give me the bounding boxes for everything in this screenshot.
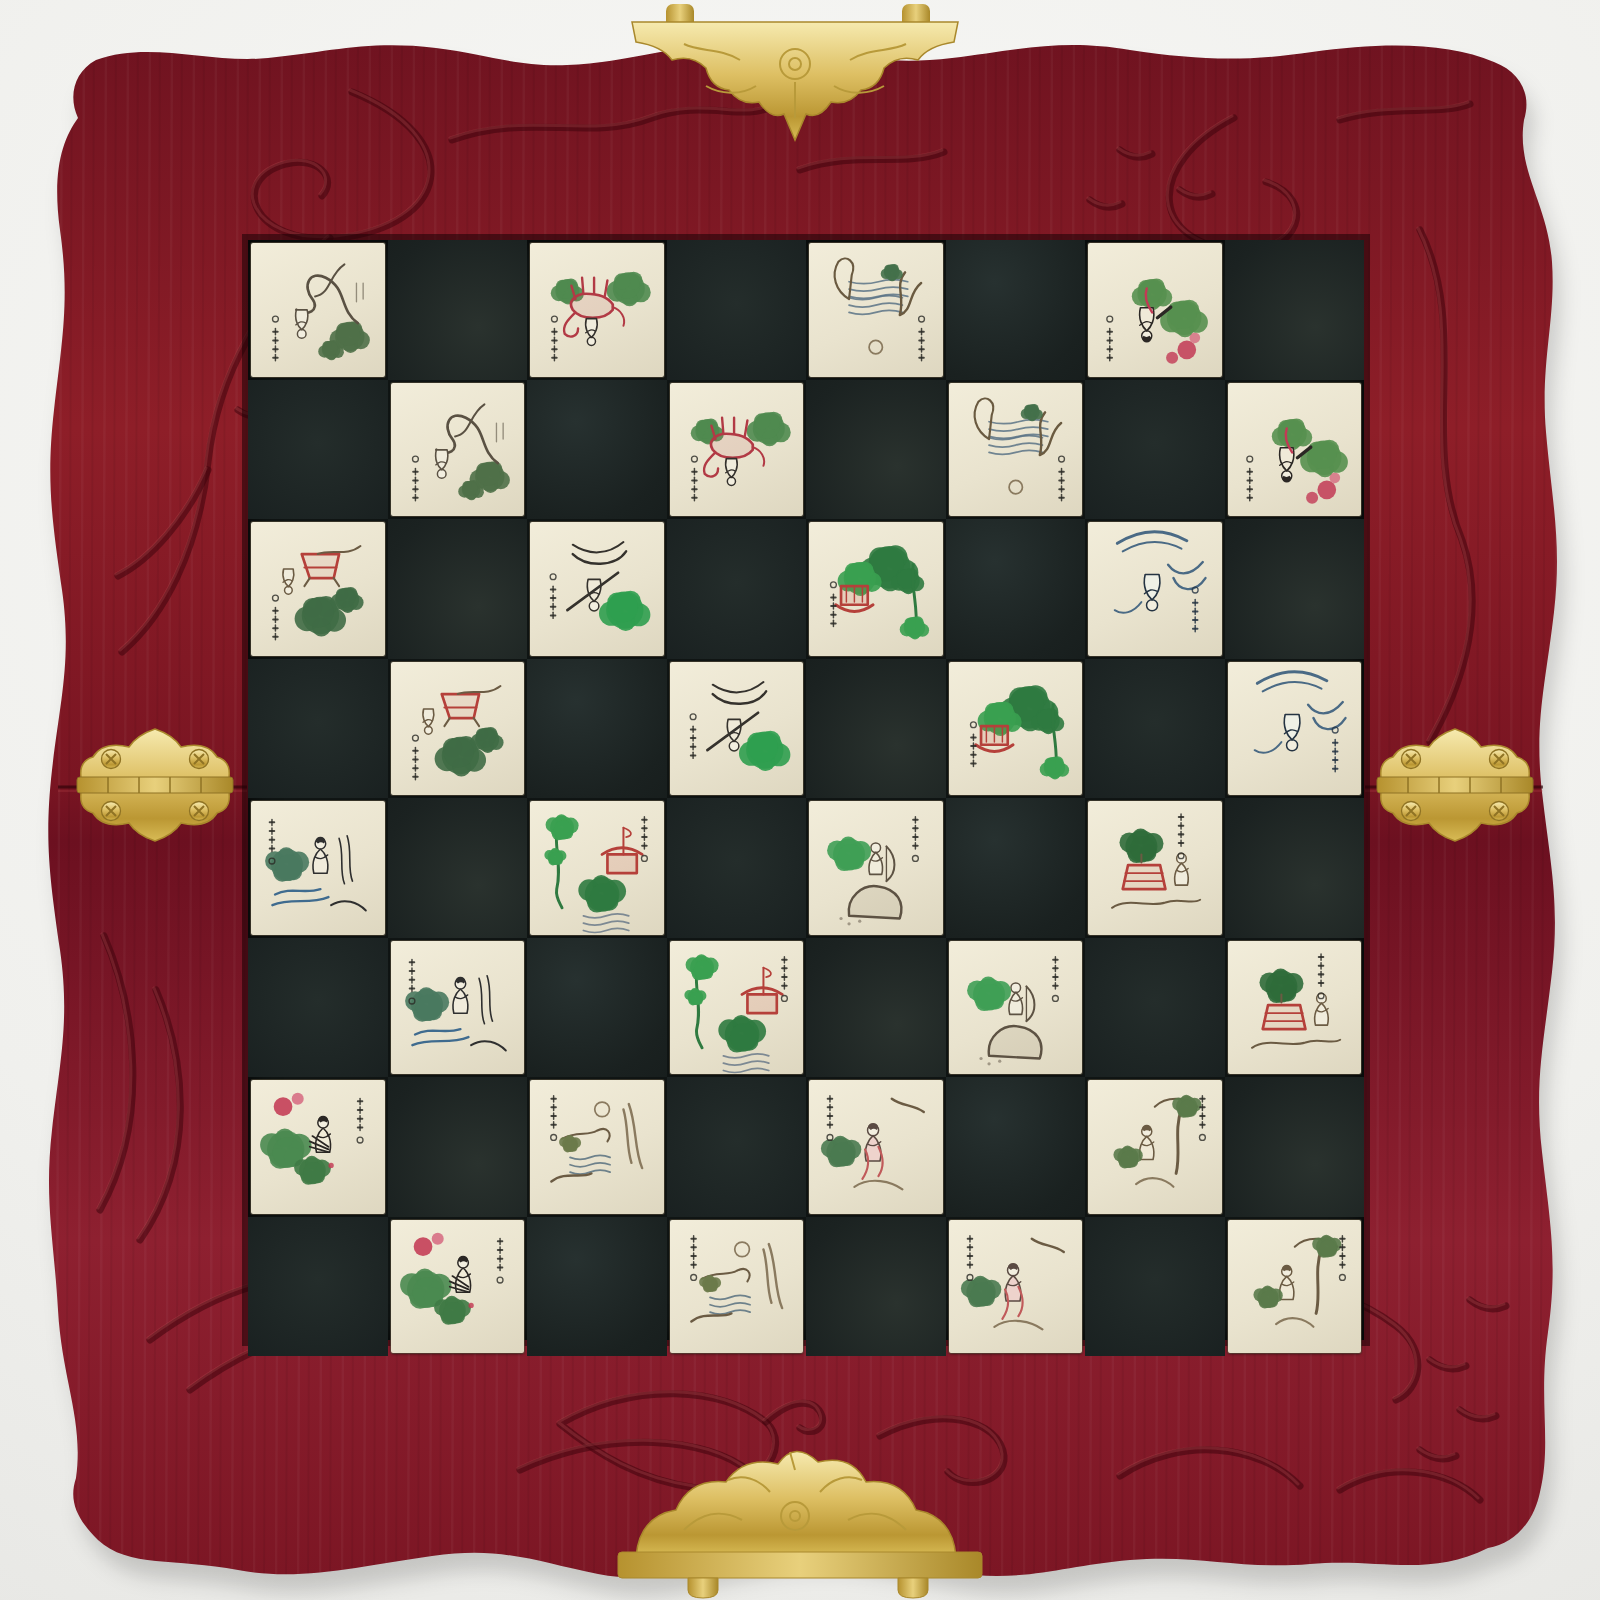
square-h6 [1225,519,1365,659]
photo-background [0,0,1600,1600]
square-e2 [806,1077,946,1217]
tile-painting [670,941,804,1075]
square-f4 [946,798,1086,938]
square-c1 [527,1217,667,1357]
tile-painting [949,941,1083,1075]
square-e7 [806,380,946,520]
chessboard [248,240,1364,1340]
clasp-foot [688,1578,718,1598]
square-e6 [806,519,946,659]
square-h5 [1225,659,1365,799]
tile-coastal-cliffs [809,243,943,377]
tile-coastal-cliffs [949,383,1083,517]
square-g2 [1085,1077,1225,1217]
square-g5 [1085,659,1225,799]
square-f7 [946,380,1086,520]
tile-temple-grove [809,522,943,656]
square-b5 [388,659,528,799]
tile-painting [949,1220,1083,1354]
square-c2 [527,1077,667,1217]
hinge-screw [102,802,121,821]
tile-horse-and-rider [670,383,804,517]
square-e8 [806,240,946,380]
tile-painting [1228,941,1362,1075]
tile-archer-on-rock [809,801,943,935]
square-a7 [248,380,388,520]
square-d7 [667,380,807,520]
tile-figures-by-red-stand [1228,941,1362,1075]
square-h3 [1225,938,1365,1078]
square-f1 [946,1217,1086,1357]
tile-painting [809,1080,943,1214]
square-h8 [1225,240,1365,380]
square-b2 [388,1077,528,1217]
square-g1 [1085,1217,1225,1357]
square-a2 [248,1077,388,1217]
tile-painting [949,662,1083,796]
tile-painting [1088,801,1222,935]
square-b4 [388,798,528,938]
hinge-screw [1402,750,1421,769]
square-a5 [248,659,388,799]
clasp-foot [898,1578,928,1598]
tile-painting [949,383,1083,517]
tile-painting [251,1080,385,1214]
square-g3 [1085,938,1225,1078]
tile-figures-by-red-stand [1088,801,1222,935]
square-h7 [1225,380,1365,520]
tile-horse-and-rider [530,243,664,377]
tile-lady-with-peonies [1228,383,1362,517]
square-e3 [806,938,946,1078]
square-b7 [388,380,528,520]
tile-painting [391,383,525,517]
tile-lakeside-pavilion [670,941,804,1075]
hinge-barrel [77,777,233,793]
square-b8 [388,240,528,380]
hinge-screw [102,750,121,769]
tile-lady-by-tree [1228,1220,1362,1354]
tile-moonlit-lake [670,1220,804,1354]
square-d4 [667,798,807,938]
square-g8 [1085,240,1225,380]
tile-painting [809,522,943,656]
tile-painting [391,1220,525,1354]
tile-temple-grove [949,662,1083,796]
tile-traveler-with-staff [670,662,804,796]
tile-traveler-blue-hills [1088,522,1222,656]
square-b6 [388,519,528,659]
square-a6 [248,519,388,659]
hinge-screw [1490,802,1509,821]
square-e5 [806,659,946,799]
square-f5 [946,659,1086,799]
square-b3 [388,938,528,1078]
hinge-barrel [1377,777,1533,793]
square-h2 [1225,1077,1365,1217]
square-d8 [667,240,807,380]
square-d1 [667,1217,807,1357]
square-h1 [1225,1217,1365,1357]
square-f2 [946,1077,1086,1217]
hinge-screw [1490,750,1509,769]
square-g6 [1085,519,1225,659]
tile-painting [809,243,943,377]
square-c6 [527,519,667,659]
square-h4 [1225,798,1365,938]
tile-painting [809,801,943,935]
square-a1 [248,1217,388,1357]
tile-lady-wading [251,801,385,935]
tile-painting [251,243,385,377]
square-e1 [806,1217,946,1357]
square-c5 [527,659,667,799]
tile-painting [670,1220,804,1354]
tile-archer-on-rock [949,941,1083,1075]
square-c8 [527,240,667,380]
tile-painting [530,522,664,656]
tile-painting [670,383,804,517]
square-c7 [527,380,667,520]
square-b1 [388,1217,528,1357]
hinge-screw [1402,802,1421,821]
square-d5 [667,659,807,799]
tile-painting [391,941,525,1075]
square-f6 [946,519,1086,659]
square-d3 [667,938,807,1078]
square-d2 [667,1077,807,1217]
tile-traveler-with-staff [530,522,664,656]
square-e4 [806,798,946,938]
square-f8 [946,240,1086,380]
tile-moonlit-lake [530,1080,664,1214]
tile-painting [530,801,664,935]
hinge-screw [190,750,209,769]
clasp-base-bar [618,1552,982,1578]
tile-lady-in-red [809,1080,943,1214]
tile-lady-wading [391,941,525,1075]
tile-sedan-lantern [391,662,525,796]
tile-painting [251,801,385,935]
square-g7 [1085,380,1225,520]
tile-painting [1228,1220,1362,1354]
tile-painting [1088,522,1222,656]
square-a4 [248,798,388,938]
square-a3 [248,938,388,1078]
square-d6 [667,519,807,659]
tile-mountain-path [251,243,385,377]
tile-lady-with-peonies [1088,243,1222,377]
tile-painting [1088,1080,1222,1214]
square-f3 [946,938,1086,1078]
tile-mountain-path [391,383,525,517]
tile-sedan-lantern [251,522,385,656]
square-c4 [527,798,667,938]
tile-painting [530,1080,664,1214]
tile-lady-with-fan [391,1220,525,1354]
square-a8 [248,240,388,380]
tile-traveler-blue-hills [1228,662,1362,796]
tile-lady-with-fan [251,1080,385,1214]
tile-painting [670,662,804,796]
tile-painting [251,522,385,656]
tile-painting [1228,383,1362,517]
hinge-screw [190,802,209,821]
square-c3 [527,938,667,1078]
tile-painting [1088,243,1222,377]
tile-lady-by-tree [1088,1080,1222,1214]
tile-painting [530,243,664,377]
tile-lakeside-pavilion [530,801,664,935]
tile-painting [391,662,525,796]
tile-painting [1228,662,1362,796]
square-g4 [1085,798,1225,938]
tile-lady-in-red [949,1220,1083,1354]
